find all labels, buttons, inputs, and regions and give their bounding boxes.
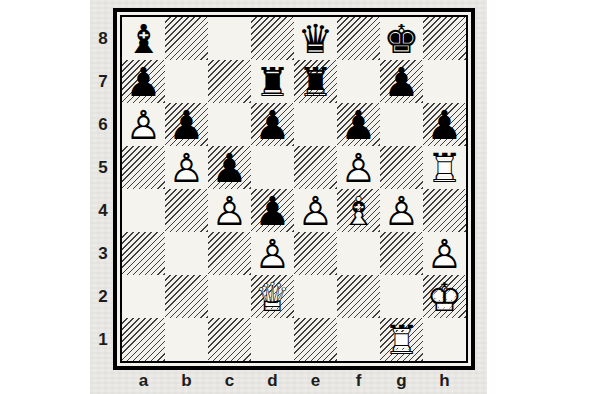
black-pawn: ♟ <box>251 103 294 146</box>
square-a5[interactable] <box>122 146 165 189</box>
square-c2[interactable] <box>208 275 251 318</box>
square-h5[interactable]: ♜♖ <box>423 146 466 189</box>
square-a6[interactable]: ♟♙ <box>122 103 165 146</box>
square-c1[interactable] <box>208 318 251 361</box>
square-c8[interactable] <box>208 17 251 60</box>
square-a8[interactable]: ♝ <box>122 17 165 60</box>
square-c4[interactable]: ♟♙ <box>208 189 251 232</box>
board-inner-frame: ♝♛♚♟♜♜♟♟♙♟♟♟♟♟♙♟♟♙♜♖♟♙♟♟♙♝♗♟♙♟♙♟♙♛♕♚♔♜♖ <box>120 15 468 363</box>
white-queen: ♛♕ <box>251 275 294 318</box>
square-a3[interactable] <box>122 232 165 275</box>
square-h7[interactable] <box>423 60 466 103</box>
square-d2[interactable]: ♛♕ <box>251 275 294 318</box>
square-f6[interactable]: ♟ <box>337 103 380 146</box>
file-label-c: c <box>208 370 251 392</box>
rank-label-6: 6 <box>92 103 114 146</box>
square-b8[interactable] <box>165 17 208 60</box>
white-pawn: ♟♙ <box>251 232 294 275</box>
square-h6[interactable]: ♟ <box>423 103 466 146</box>
square-b4[interactable] <box>165 189 208 232</box>
black-queen: ♛ <box>294 17 337 60</box>
square-e2[interactable] <box>294 275 337 318</box>
square-a1[interactable] <box>122 318 165 361</box>
rank-label-7: 7 <box>92 60 114 103</box>
white-king: ♚♔ <box>423 275 466 318</box>
square-e4[interactable]: ♟♙ <box>294 189 337 232</box>
square-b3[interactable] <box>165 232 208 275</box>
file-label-f: f <box>337 370 380 392</box>
white-pawn: ♟♙ <box>423 232 466 275</box>
rank-label-8: 8 <box>92 17 114 60</box>
square-d1[interactable] <box>251 318 294 361</box>
square-d6[interactable]: ♟ <box>251 103 294 146</box>
file-labels: abcdefgh <box>122 370 466 392</box>
square-h4[interactable] <box>423 189 466 232</box>
black-rook: ♜ <box>294 60 337 103</box>
white-bishop: ♝♗ <box>337 189 380 232</box>
rank-label-3: 3 <box>92 232 114 275</box>
white-pawn: ♟♙ <box>380 189 423 232</box>
file-label-h: h <box>423 370 466 392</box>
square-g5[interactable] <box>380 146 423 189</box>
rank-label-5: 5 <box>92 146 114 189</box>
rank-label-2: 2 <box>92 275 114 318</box>
black-pawn: ♟ <box>208 146 251 189</box>
square-g6[interactable] <box>380 103 423 146</box>
square-h3[interactable]: ♟♙ <box>423 232 466 275</box>
square-b5[interactable]: ♟♙ <box>165 146 208 189</box>
square-f5[interactable]: ♟♙ <box>337 146 380 189</box>
square-a7[interactable]: ♟ <box>122 60 165 103</box>
square-c5[interactable]: ♟ <box>208 146 251 189</box>
square-f3[interactable] <box>337 232 380 275</box>
square-a2[interactable] <box>122 275 165 318</box>
file-label-b: b <box>165 370 208 392</box>
rank-label-4: 4 <box>92 189 114 232</box>
square-a4[interactable] <box>122 189 165 232</box>
square-b6[interactable]: ♟ <box>165 103 208 146</box>
black-pawn: ♟ <box>122 60 165 103</box>
board-grid: ♝♛♚♟♜♜♟♟♙♟♟♟♟♟♙♟♟♙♜♖♟♙♟♟♙♝♗♟♙♟♙♟♙♛♕♚♔♜♖ <box>122 17 466 361</box>
square-d3[interactable]: ♟♙ <box>251 232 294 275</box>
square-d8[interactable] <box>251 17 294 60</box>
square-f2[interactable] <box>337 275 380 318</box>
black-bishop: ♝ <box>122 17 165 60</box>
white-pawn: ♟♙ <box>165 146 208 189</box>
file-label-g: g <box>380 370 423 392</box>
chess-diagram: 87654321 ♝♛♚♟♜♜♟♟♙♟♟♟♟♟♙♟♟♙♜♖♟♙♟♟♙♝♗♟♙♟♙… <box>0 0 591 394</box>
square-g7[interactable]: ♟ <box>380 60 423 103</box>
square-c3[interactable] <box>208 232 251 275</box>
file-label-e: e <box>294 370 337 392</box>
square-c6[interactable] <box>208 103 251 146</box>
rank-label-1: 1 <box>92 318 114 361</box>
square-e8[interactable]: ♛ <box>294 17 337 60</box>
file-label-a: a <box>122 370 165 392</box>
square-g1[interactable]: ♜♖ <box>380 318 423 361</box>
black-pawn: ♟ <box>423 103 466 146</box>
square-e3[interactable] <box>294 232 337 275</box>
square-e5[interactable] <box>294 146 337 189</box>
white-rook: ♜♖ <box>380 318 423 361</box>
square-h1[interactable] <box>423 318 466 361</box>
square-h8[interactable] <box>423 17 466 60</box>
square-f7[interactable] <box>337 60 380 103</box>
square-g8[interactable]: ♚ <box>380 17 423 60</box>
square-d4[interactable]: ♟ <box>251 189 294 232</box>
white-pawn: ♟♙ <box>122 103 165 146</box>
white-pawn: ♟♙ <box>294 189 337 232</box>
square-h2[interactable]: ♚♔ <box>423 275 466 318</box>
rank-labels: 87654321 <box>92 17 114 361</box>
square-e7[interactable]: ♜ <box>294 60 337 103</box>
square-g3[interactable] <box>380 232 423 275</box>
square-f1[interactable] <box>337 318 380 361</box>
square-g4[interactable]: ♟♙ <box>380 189 423 232</box>
square-b1[interactable] <box>165 318 208 361</box>
black-king: ♚ <box>380 17 423 60</box>
white-pawn: ♟♙ <box>337 146 380 189</box>
black-pawn: ♟ <box>165 103 208 146</box>
square-b2[interactable] <box>165 275 208 318</box>
black-pawn: ♟ <box>251 189 294 232</box>
black-pawn: ♟ <box>337 103 380 146</box>
square-d7[interactable]: ♜ <box>251 60 294 103</box>
square-f8[interactable] <box>337 17 380 60</box>
white-rook: ♜♖ <box>423 146 466 189</box>
square-f4[interactable]: ♝♗ <box>337 189 380 232</box>
square-g2[interactable] <box>380 275 423 318</box>
black-pawn: ♟ <box>380 60 423 103</box>
black-rook: ♜ <box>251 60 294 103</box>
chess-board: ♝♛♚♟♜♜♟♟♙♟♟♟♟♟♙♟♟♙♜♖♟♙♟♟♙♝♗♟♙♟♙♟♙♛♕♚♔♜♖ <box>113 8 475 370</box>
file-label-d: d <box>251 370 294 392</box>
square-d5[interactable] <box>251 146 294 189</box>
white-pawn: ♟♙ <box>208 189 251 232</box>
square-b7[interactable] <box>165 60 208 103</box>
square-e6[interactable] <box>294 103 337 146</box>
square-c7[interactable] <box>208 60 251 103</box>
square-e1[interactable] <box>294 318 337 361</box>
